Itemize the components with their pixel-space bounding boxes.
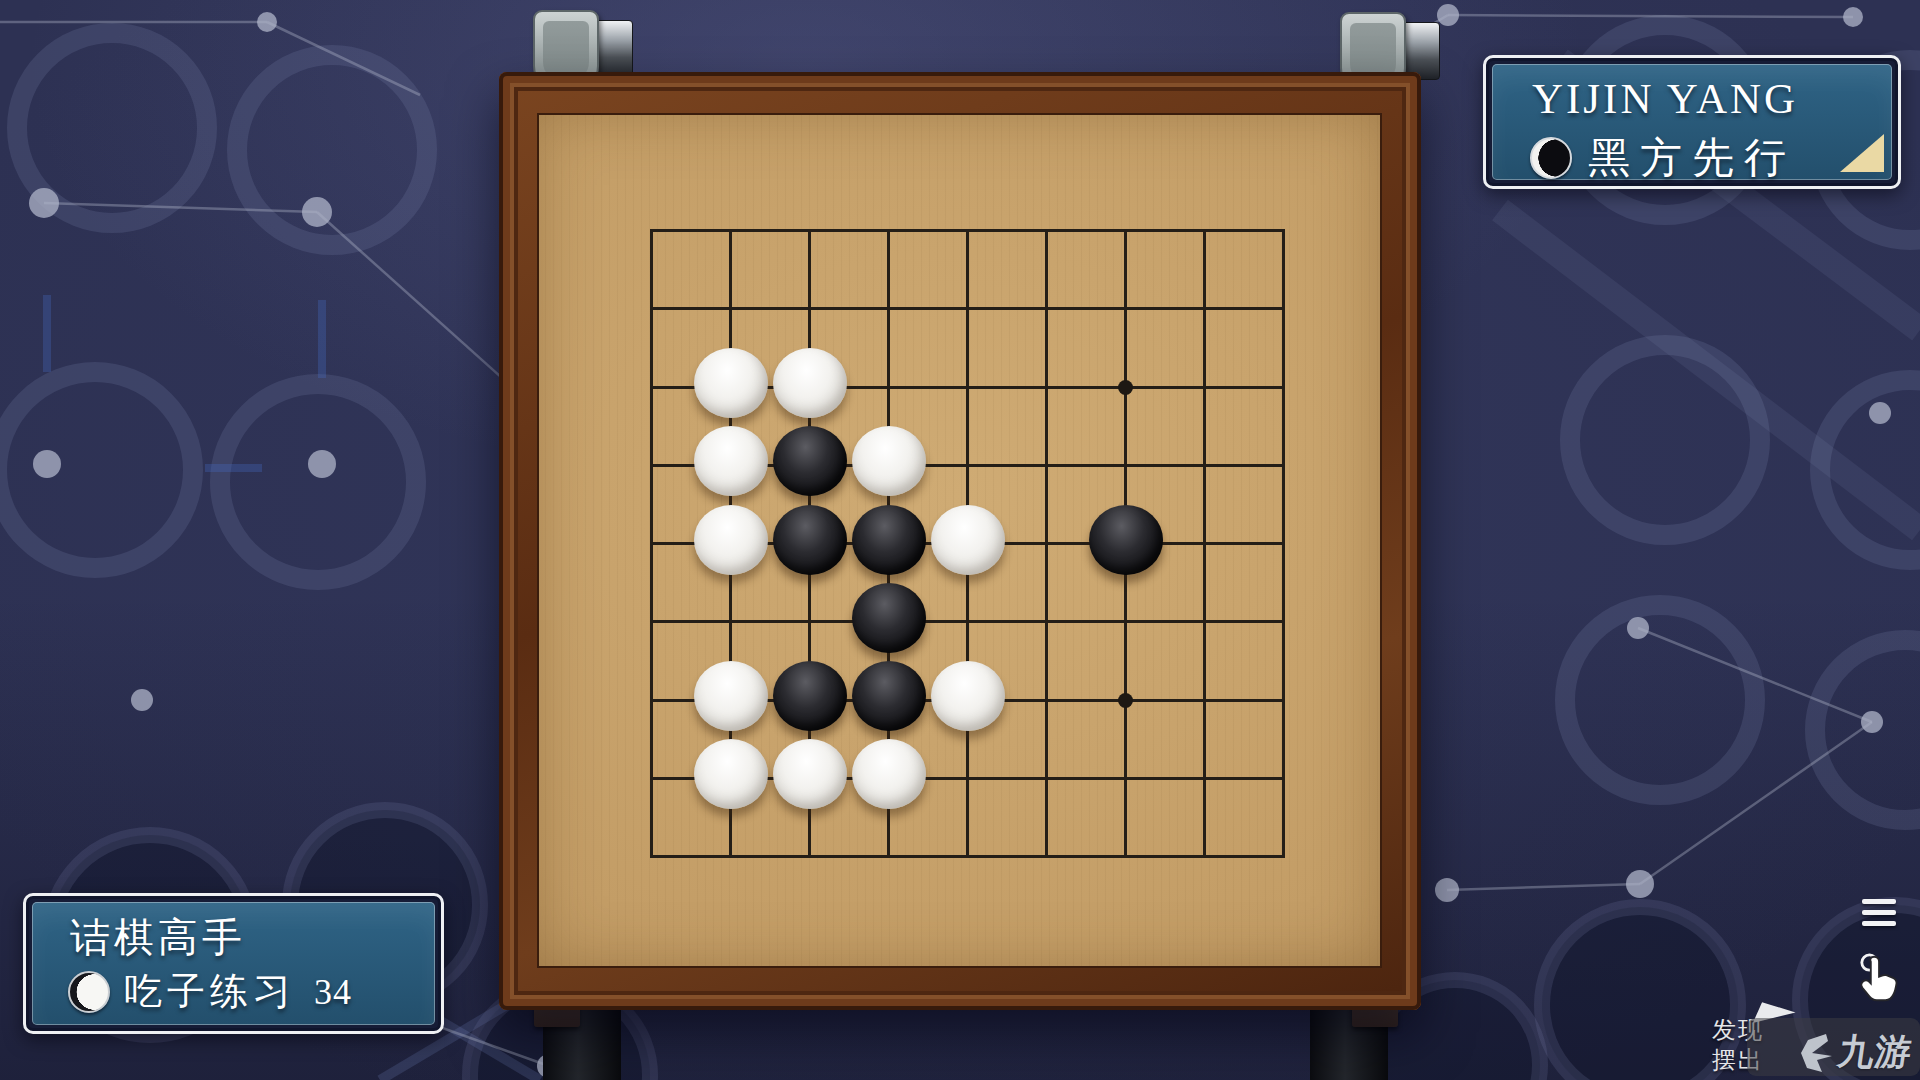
puzzle-category: 吃子练习 [124,966,296,1017]
white-stone [773,739,847,809]
corner-fold-icon [1840,134,1884,172]
player-title: YIJIN YANG [1532,74,1798,123]
grid-line-horizontal [650,855,1285,858]
black-stone [1089,505,1163,575]
star-point [1118,380,1133,395]
puzzle-title: 诘棋高手 [70,910,246,965]
white-stone [694,426,768,496]
puzzle-panel: 诘棋高手 吃子练习 34 [23,893,444,1034]
white-stone [773,348,847,418]
turn-panel[interactable]: YIJIN YANG 黑方先行 [1483,55,1901,189]
grid-line-vertical [1045,229,1048,858]
grid-line-horizontal [650,620,1285,623]
white-stone [931,505,1005,575]
watermark-text: 九游 [1835,1028,1916,1077]
white-stone [694,348,768,418]
go-board-grid[interactable] [650,229,1285,858]
white-stone [852,739,926,809]
hamburger-menu-icon[interactable] [1862,899,1896,927]
black-stone [773,661,847,731]
white-stone [694,505,768,575]
watermark-logo: 九游 [1800,1028,1912,1077]
white-stone [931,661,1005,731]
black-stone [773,505,847,575]
black-stone [852,505,926,575]
jiuyou-logo-icon [1800,1033,1834,1073]
turn-panel-body: YIJIN YANG 黑方先行 [1492,64,1892,180]
hand-cursor-icon [1856,952,1904,1006]
grid-line-vertical [1282,229,1285,858]
black-stone [852,583,926,653]
star-point [1118,693,1133,708]
black-stone-icon [1530,137,1572,179]
white-stone [694,739,768,809]
puzzle-panel-body: 诘棋高手 吃子练习 34 [32,902,435,1025]
turn-label: 黑方先行 [1588,130,1796,186]
puzzle-number: 34 [314,971,352,1013]
grid-line-vertical [1203,229,1206,858]
white-stone [852,426,926,496]
black-stone [852,661,926,731]
black-stone [773,426,847,496]
app-screen: YIJIN YANG 黑方先行 诘棋高手 吃子练习 34 发现 摆出 [0,0,1920,1080]
white-stone [694,661,768,731]
white-stone-icon [68,971,110,1013]
